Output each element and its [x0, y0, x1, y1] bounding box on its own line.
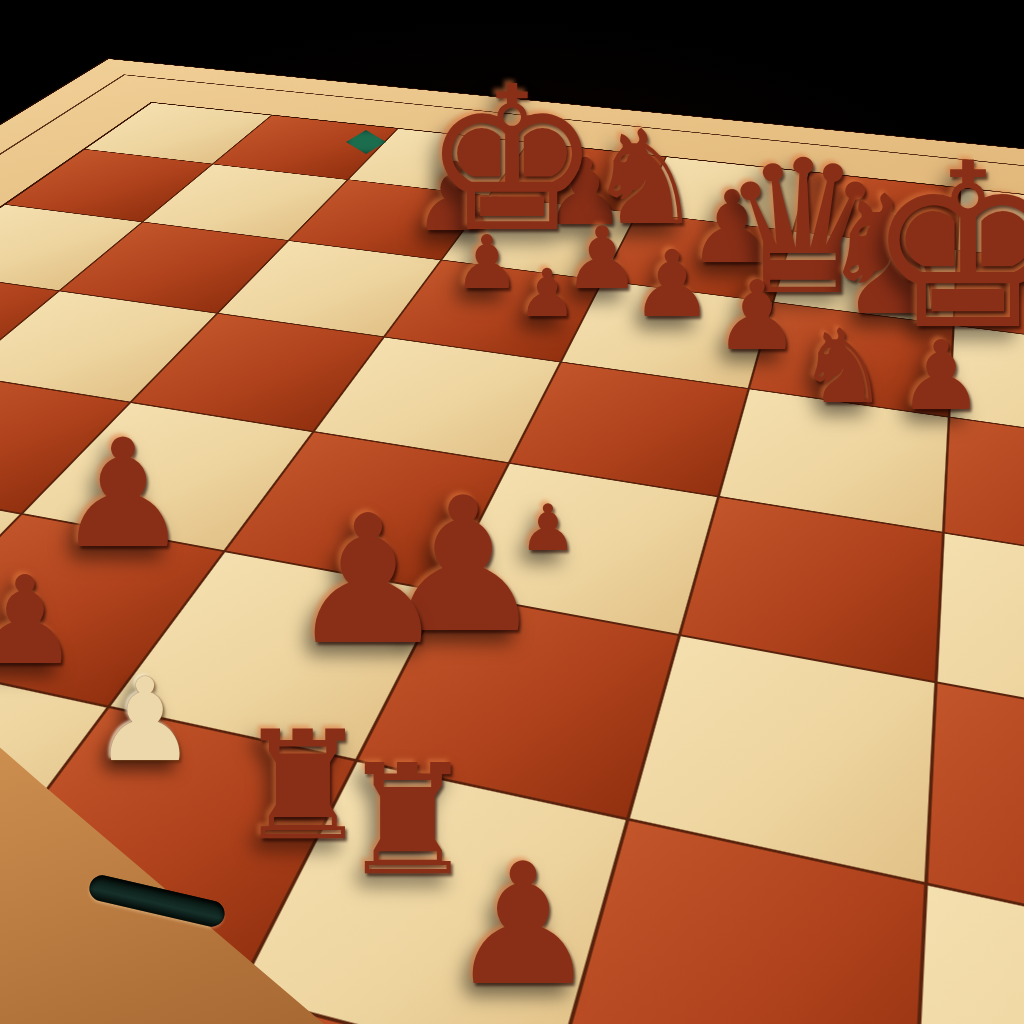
dark-pawn-f7[interactable]: ♟ — [714, 268, 800, 364]
dark-pawn-c4[interactable]: ♟ — [288, 492, 448, 670]
dark-pawn-b7[interactable]: ♟ — [454, 225, 520, 299]
dark-pawn-c7[interactable]: ♟ — [517, 261, 576, 327]
dark-pawn-b5[interactable]: ♟ — [56, 419, 190, 569]
dark-pawn-h7[interactable]: ♟ — [898, 328, 984, 424]
dark-pawn-a4[interactable]: ♟ — [0, 560, 80, 682]
dark-knight-g7[interactable]: ♞ — [797, 316, 888, 418]
chess-photo-scene: ♟♚♟♞♟♛♞♚♟♟♟♟♟♞♟♟♟♟♟♟♟♜♜♟ — [0, 0, 1024, 1024]
dark-pawn-e7[interactable]: ♟ — [631, 239, 713, 331]
light-pawn-b2[interactable]: ♟ — [93, 663, 196, 778]
piece-layer: ♟♚♟♞♟♛♞♚♟♟♟♟♟♞♟♟♟♟♟♟♟♜♜♟ — [0, 0, 1024, 1024]
dark-pawn-e2[interactable]: ♟ — [448, 841, 599, 1009]
